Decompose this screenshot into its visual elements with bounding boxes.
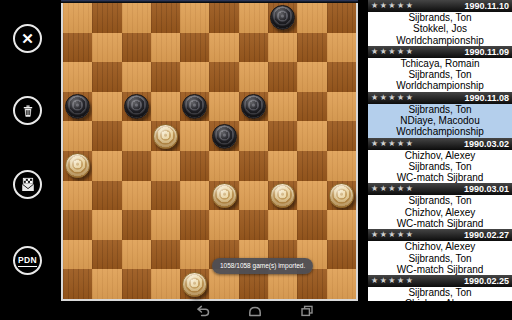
cell-r4c5[interactable] — [209, 121, 238, 151]
cell-r3c5[interactable] — [209, 92, 238, 122]
cell-r2c9[interactable] — [327, 62, 356, 92]
cell-r9c9[interactable] — [327, 269, 356, 299]
game-player2: Sijbrands, Ton — [368, 253, 512, 264]
cell-r0c3[interactable] — [151, 3, 180, 33]
white-man[interactable] — [212, 183, 237, 208]
x-icon: ✕ — [21, 31, 34, 46]
cell-r6c5[interactable] — [209, 181, 238, 211]
black-man[interactable] — [270, 5, 295, 30]
cell-r1c7[interactable] — [268, 33, 297, 63]
cell-r2c4[interactable] — [180, 62, 209, 92]
home-icon — [247, 304, 263, 320]
cell-r7c3[interactable] — [151, 210, 180, 240]
cell-r7c5[interactable] — [209, 210, 238, 240]
app-screen: ✕ — [0, 0, 512, 320]
games-list[interactable]: ★★★★★ 1990.11.10 Sijbrands, Ton Stokkel,… — [368, 0, 512, 301]
cell-r4c2[interactable] — [122, 121, 151, 151]
back-icon — [195, 304, 211, 320]
game-list-item[interactable]: ★★★★★ 1990.11.09 Tchicaya, Romain Sijbra… — [368, 46, 512, 92]
game-item-body: Sijbrands, Ton Chizhov, Alexey WC-match … — [368, 195, 512, 229]
cell-r6c8[interactable] — [297, 181, 326, 211]
game-date: 1990.11.10 — [464, 0, 509, 12]
game-item-header: ★★★★★ 1990.11.10 — [368, 0, 512, 12]
cell-r8c3[interactable] — [151, 240, 180, 270]
cell-r3c3[interactable] — [151, 92, 180, 122]
cell-r7c4[interactable] — [180, 210, 209, 240]
cell-r0c6[interactable] — [239, 3, 268, 33]
cell-r4c7[interactable] — [268, 121, 297, 151]
cell-r7c6[interactable] — [239, 210, 268, 240]
cell-r3c4[interactable] — [180, 92, 209, 122]
cell-r1c1[interactable] — [92, 33, 121, 63]
delete-button[interactable] — [13, 96, 42, 125]
game-item-body: Chizhov, Alexey Sijbrands, Ton WC-match … — [368, 241, 512, 275]
game-date: 1990.03.02 — [464, 138, 509, 150]
cell-r4c8[interactable] — [297, 121, 326, 151]
cell-r2c7[interactable] — [268, 62, 297, 92]
rating-stars: ★★★★★ — [371, 0, 414, 12]
black-man[interactable] — [212, 124, 237, 149]
close-button[interactable]: ✕ — [13, 24, 42, 53]
cell-r7c2[interactable] — [122, 210, 151, 240]
game-player2: Sijbrands, Ton — [368, 69, 512, 80]
white-man[interactable] — [329, 183, 354, 208]
android-nav-bar — [0, 301, 512, 320]
cell-r8c4[interactable] — [180, 240, 209, 270]
game-player1: Chizhov, Alexey — [368, 241, 512, 252]
game-event: WC-match Sijbrand — [368, 172, 512, 183]
game-player2: Sijbrands, Ton — [368, 161, 512, 172]
game-item-body: Sijbrands, Ton Chizhov, Alexey WC-match … — [368, 287, 512, 301]
cell-r8c9[interactable] — [327, 240, 356, 270]
game-item-body: Chizhov, Alexey Sijbrands, Ton WC-match … — [368, 150, 512, 184]
cell-r5c5[interactable] — [209, 151, 238, 181]
recents-icon — [299, 304, 315, 320]
cell-r5c6[interactable] — [239, 151, 268, 181]
sidebar: ✕ — [0, 0, 61, 320]
cell-r6c9[interactable] — [327, 181, 356, 211]
cell-r0c2[interactable] — [122, 3, 151, 33]
cell-r1c9[interactable] — [327, 33, 356, 63]
game-date: 1990.11.08 — [464, 92, 509, 104]
game-item-body: Tchicaya, Romain Sijbrands, Ton Worldcha… — [368, 58, 512, 92]
cell-r1c5[interactable] — [209, 33, 238, 63]
cell-r0c9[interactable] — [327, 3, 356, 33]
game-date: 1990.03.01 — [464, 183, 509, 195]
cell-r3c9[interactable] — [327, 92, 356, 122]
cell-r2c3[interactable] — [151, 62, 180, 92]
cell-r6c1[interactable] — [92, 181, 121, 211]
cell-r6c7[interactable] — [268, 181, 297, 211]
game-item-body: Sijbrands, Ton Stokkel, Jos Worldchampio… — [368, 12, 512, 46]
cell-r0c1[interactable] — [92, 3, 121, 33]
game-event: Worldchampionship — [368, 35, 512, 46]
cell-r1c0[interactable] — [63, 33, 92, 63]
cell-r5c7[interactable] — [268, 151, 297, 181]
cell-r9c3[interactable] — [151, 269, 180, 299]
cell-r5c1[interactable] — [92, 151, 121, 181]
cell-r8c1[interactable] — [92, 240, 121, 270]
cell-r6c0[interactable] — [63, 181, 92, 211]
cell-r6c6[interactable] — [239, 181, 268, 211]
game-list-item[interactable]: ★★★★★ 1990.11.08 Sijbrands, Ton NDiaye, … — [368, 92, 512, 138]
cell-r3c7[interactable] — [268, 92, 297, 122]
cell-r7c8[interactable] — [297, 210, 326, 240]
cell-r5c0[interactable] — [63, 151, 92, 181]
black-man[interactable] — [124, 94, 149, 119]
cell-r4c4[interactable] — [180, 121, 209, 151]
cell-r8c0[interactable] — [63, 240, 92, 270]
cell-r7c7[interactable] — [268, 210, 297, 240]
cell-r2c5[interactable] — [209, 62, 238, 92]
black-man[interactable] — [182, 94, 207, 119]
cell-r4c1[interactable] — [92, 121, 121, 151]
game-player1: Tchicaya, Romain — [368, 58, 512, 69]
white-man[interactable] — [153, 124, 178, 149]
cell-r7c1[interactable] — [92, 210, 121, 240]
cell-r2c6[interactable] — [239, 62, 268, 92]
board-grid — [63, 3, 356, 299]
game-player1: Sijbrands, Ton — [368, 104, 512, 115]
game-date: 1990.02.27 — [464, 229, 509, 241]
cell-r5c8[interactable] — [297, 151, 326, 181]
rating-stars: ★★★★★ — [371, 92, 414, 104]
cell-r4c0[interactable] — [63, 121, 92, 151]
pdn-label: PDN — [18, 255, 37, 267]
cell-r3c6[interactable] — [239, 92, 268, 122]
game-player2: Stokkel, Jos — [368, 23, 512, 34]
white-man[interactable] — [65, 153, 90, 178]
pdn-button[interactable]: PDN — [13, 246, 42, 275]
cell-r4c6[interactable] — [239, 121, 268, 151]
cell-r6c4[interactable] — [180, 181, 209, 211]
game-player1: Sijbrands, Ton — [368, 287, 512, 298]
rating-stars: ★★★★★ — [371, 138, 414, 150]
game-list-item[interactable]: ★★★★★ 1990.11.10 Sijbrands, Ton Stokkel,… — [368, 0, 512, 46]
game-player1: Chizhov, Alexey — [368, 150, 512, 161]
board-frame — [61, 0, 358, 301]
cell-r0c5[interactable] — [209, 3, 238, 33]
cell-r1c3[interactable] — [151, 33, 180, 63]
trash-icon — [20, 103, 36, 119]
cell-r3c0[interactable] — [63, 92, 92, 122]
game-list-item[interactable]: ★★★★★ 1990.03.02 Chizhov, Alexey Sijbran… — [368, 138, 512, 184]
cell-r4c3[interactable] — [151, 121, 180, 151]
game-list-item[interactable]: ★★★★★ 1990.02.27 Chizhov, Alexey Sijbran… — [368, 229, 512, 275]
envelope-checkerboard-icon — [20, 177, 36, 193]
game-player2: Chizhov, Alexey — [368, 207, 512, 218]
import-toast: 1058/1058 game(s) imported. — [212, 258, 313, 274]
rating-stars: ★★★★★ — [371, 229, 414, 241]
cell-r8c2[interactable] — [122, 240, 151, 270]
game-item-header: ★★★★★ 1990.03.01 — [368, 183, 512, 195]
back-button[interactable] — [195, 304, 211, 318]
game-player1: Sijbrands, Ton — [368, 12, 512, 23]
import-mail-button[interactable] — [13, 170, 42, 199]
cell-r7c9[interactable] — [327, 210, 356, 240]
game-item-header: ★★★★★ 1990.02.27 — [368, 229, 512, 241]
game-date: 1990.11.09 — [464, 46, 509, 58]
game-item-header: ★★★★★ 1990.11.08 — [368, 92, 512, 104]
rating-stars: ★★★★★ — [371, 183, 414, 195]
white-man[interactable] — [182, 272, 207, 297]
game-list-item[interactable]: ★★★★★ 1990.02.25 Sijbrands, Ton Chizhov,… — [368, 275, 512, 301]
rating-stars: ★★★★★ — [371, 275, 414, 287]
cell-r0c7[interactable] — [268, 3, 297, 33]
cell-r4c9[interactable] — [327, 121, 356, 151]
game-event: WC-match Sijbrand — [368, 264, 512, 275]
home-button[interactable] — [247, 304, 263, 318]
cell-r1c2[interactable] — [122, 33, 151, 63]
cell-r3c1[interactable] — [92, 92, 121, 122]
cell-r5c9[interactable] — [327, 151, 356, 181]
cell-r9c4[interactable] — [180, 269, 209, 299]
cell-r7c0[interactable] — [63, 210, 92, 240]
cell-r3c8[interactable] — [297, 92, 326, 122]
cell-r5c3[interactable] — [151, 151, 180, 181]
cell-r9c2[interactable] — [122, 269, 151, 299]
cell-r2c1[interactable] — [92, 62, 121, 92]
rating-stars: ★★★★★ — [371, 46, 414, 58]
black-man[interactable] — [65, 94, 90, 119]
cell-r3c2[interactable] — [122, 92, 151, 122]
cell-r6c2[interactable] — [122, 181, 151, 211]
cell-r0c4[interactable] — [180, 3, 209, 33]
cell-r1c6[interactable] — [239, 33, 268, 63]
cell-r2c2[interactable] — [122, 62, 151, 92]
white-man[interactable] — [270, 183, 295, 208]
game-item-body: Sijbrands, Ton NDiaye, Macodou Worldcham… — [368, 104, 512, 138]
cell-r5c2[interactable] — [122, 151, 151, 181]
game-item-header: ★★★★★ 1990.03.02 — [368, 138, 512, 150]
game-player1: Sijbrands, Ton — [368, 195, 512, 206]
cell-r6c3[interactable] — [151, 181, 180, 211]
black-man[interactable] — [241, 94, 266, 119]
game-item-header: ★★★★★ 1990.11.09 — [368, 46, 512, 58]
cell-r0c0[interactable] — [63, 3, 92, 33]
cell-r0c8[interactable] — [297, 3, 326, 33]
cell-r9c0[interactable] — [63, 269, 92, 299]
cell-r5c4[interactable] — [180, 151, 209, 181]
game-list-item[interactable]: ★★★★★ 1990.03.01 Sijbrands, Ton Chizhov,… — [368, 183, 512, 229]
cell-r9c1[interactable] — [92, 269, 121, 299]
cell-r1c4[interactable] — [180, 33, 209, 63]
cell-r1c8[interactable] — [297, 33, 326, 63]
game-event: WC-match Sijbrand — [368, 218, 512, 229]
game-event: Worldchampionship — [368, 80, 512, 91]
cell-r2c0[interactable] — [63, 62, 92, 92]
recents-button[interactable] — [299, 304, 315, 318]
game-player2: NDiaye, Macodou — [368, 115, 512, 126]
game-item-header: ★★★★★ 1990.02.25 — [368, 275, 512, 287]
cell-r2c8[interactable] — [297, 62, 326, 92]
game-date: 1990.02.25 — [464, 275, 509, 287]
game-event: Worldchampionship — [368, 126, 512, 137]
